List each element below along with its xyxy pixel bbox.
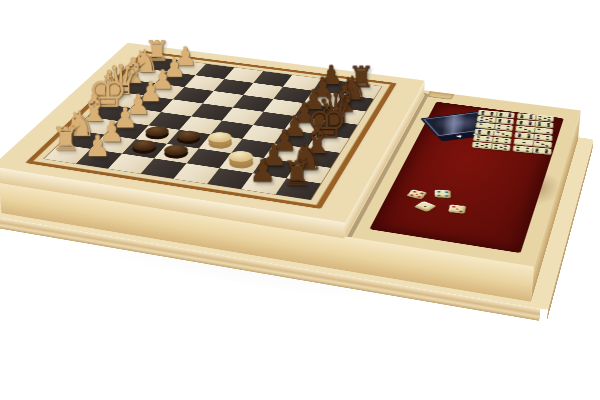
domino-pip: [528, 134, 531, 136]
domino-pip: [535, 150, 538, 152]
domino-pip: [505, 139, 508, 141]
domino-pip: [535, 151, 538, 153]
domino-pip: [487, 133, 490, 135]
domino[interactable]: [514, 139, 552, 148]
domino-pip: [519, 123, 522, 125]
domino-pip: [485, 144, 488, 146]
domino-set: [471, 110, 556, 158]
domino-pip: [499, 146, 502, 148]
domino-pip: [490, 118, 493, 120]
domino-pip: [494, 144, 497, 146]
domino-pip: [545, 152, 548, 154]
domino-pip: [527, 135, 530, 137]
domino-pip: [538, 119, 541, 121]
domino-pip: [498, 121, 501, 123]
domino-pip: [547, 119, 550, 121]
domino-pip: [497, 125, 500, 127]
domino-pip: [489, 121, 492, 123]
domino-pip: [537, 135, 540, 137]
domino-pip: [547, 126, 550, 128]
domino-pip: [518, 135, 521, 137]
domino-pip: [545, 145, 548, 147]
die-pip: [410, 194, 414, 196]
domino-pip: [538, 116, 541, 118]
domino-pip: [480, 145, 483, 147]
domino-pip: [520, 117, 523, 119]
domino-pip: [546, 132, 549, 134]
die-pip: [423, 205, 427, 207]
domino-pip: [543, 118, 546, 120]
domino-pip: [536, 138, 539, 140]
domino-pip: [494, 147, 497, 149]
die-pip: [438, 191, 441, 192]
domino-pip: [529, 124, 532, 126]
domino-pip: [518, 136, 521, 138]
domino-pip: [485, 119, 488, 121]
domino-pip: [506, 129, 509, 131]
domino-pip: [486, 140, 489, 142]
domino[interactable]: [473, 135, 511, 144]
game-box: ♥ ♦ ♜♜♞♞♝♝♛♛♚♚♝♝♞♞♜♜♟♟♟♟♟♟♟♟♟♟♟♟♟♟♟♟: [3, 91, 577, 314]
domino-pip: [546, 136, 549, 138]
domino-pip: [499, 115, 502, 116]
domino-pip: [507, 126, 510, 128]
domino-pip: [548, 117, 551, 119]
die-pip: [415, 193, 419, 195]
domino-pip: [508, 116, 511, 118]
die-pip: [456, 208, 459, 210]
domino-pip: [516, 149, 519, 151]
domino-pip: [496, 131, 499, 133]
domino-pip: [536, 141, 539, 143]
domino-pip: [504, 145, 507, 147]
domino-pip: [545, 151, 548, 153]
domino[interactable]: [513, 145, 552, 154]
domino-pip: [505, 135, 508, 137]
domino-pip: [477, 133, 480, 135]
domino-pip: [522, 142, 525, 144]
domino-pip: [485, 147, 488, 149]
die[interactable]: [414, 201, 436, 212]
scene: ♥ ♦ ♜♜♞♞♝♝♛♛♚♚♝♝♞♞♜♜♟♟♟♟♟♟♟♟♟♟♟♟♟♟♟♟: [0, 0, 600, 400]
die-pip: [459, 210, 462, 212]
domino-pip: [538, 125, 541, 127]
domino-pip: [535, 148, 538, 150]
domino-pip: [516, 146, 519, 148]
die-pip: [420, 193, 424, 195]
domino-pip: [476, 143, 479, 145]
domino-pip: [475, 146, 478, 148]
domino-pip: [526, 147, 529, 149]
white-pawn[interactable]: ♟: [76, 131, 119, 160]
domino-pip: [504, 148, 507, 150]
domino-pip: [529, 118, 532, 120]
domino-pip: [545, 149, 548, 151]
domino-pip: [486, 137, 489, 139]
slide-notch: [427, 91, 455, 100]
die-pip: [438, 195, 441, 197]
die[interactable]: [407, 189, 427, 199]
die-pip: [413, 191, 417, 193]
domino-pip: [527, 137, 530, 139]
die-pip: [445, 195, 448, 197]
black-rook[interactable]: ♜: [274, 157, 319, 191]
domino-pip: [480, 120, 483, 122]
die-pip: [417, 196, 421, 198]
die-pip: [445, 192, 448, 193]
domino-pip: [497, 128, 500, 130]
domino-pip: [488, 127, 491, 129]
domino-pip: [519, 127, 522, 129]
die-pip: [452, 206, 455, 208]
domino-pip: [526, 150, 529, 152]
domino-pip: [501, 133, 504, 135]
domino-pip: [495, 138, 498, 140]
domino-pip: [537, 128, 540, 130]
domino-pip: [505, 142, 508, 144]
domino-pip: [546, 139, 549, 141]
domino-pip: [507, 122, 510, 124]
domino-pip: [481, 114, 484, 115]
domino-pip: [490, 114, 493, 115]
die[interactable]: [448, 205, 466, 214]
domino-pip: [541, 143, 544, 145]
domino-pip: [495, 141, 498, 143]
die[interactable]: [435, 190, 451, 198]
domino-pip: [480, 117, 483, 119]
domino-pip: [523, 129, 526, 131]
domino-pip: [476, 139, 479, 141]
domino-pip: [528, 130, 531, 132]
domino-pip: [477, 136, 480, 138]
domino-pip: [479, 123, 482, 125]
domino[interactable]: [472, 142, 511, 151]
